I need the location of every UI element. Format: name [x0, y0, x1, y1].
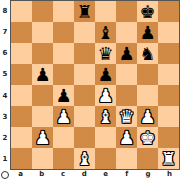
square-e3[interactable]: ♝ — [95, 106, 116, 127]
square-b5[interactable]: ♟ — [32, 64, 53, 85]
black-rook[interactable]: ♜ — [74, 1, 95, 22]
square-b8[interactable] — [32, 1, 53, 22]
white-rook[interactable]: ♜ — [158, 148, 179, 169]
square-c4[interactable]: ♟ — [53, 85, 74, 106]
file-labels: abcdefgh — [10, 170, 180, 180]
white-pawn[interactable]: ♟ — [95, 85, 116, 106]
square-h7[interactable] — [158, 22, 179, 43]
white-pawn[interactable]: ♟ — [116, 127, 137, 148]
square-a7[interactable] — [11, 22, 32, 43]
white-king[interactable]: ♚ — [137, 127, 158, 148]
square-g2[interactable]: ♚ — [137, 127, 158, 148]
square-f8[interactable] — [116, 1, 137, 22]
square-c5[interactable] — [53, 64, 74, 85]
black-king[interactable]: ♚ — [137, 1, 158, 22]
square-f5[interactable] — [116, 64, 137, 85]
square-d5[interactable] — [74, 64, 95, 85]
square-e2[interactable] — [95, 127, 116, 148]
file-label-g: g — [138, 170, 159, 180]
square-b4[interactable] — [32, 85, 53, 106]
black-queen[interactable]: ♛ — [95, 43, 116, 64]
white-pawn[interactable]: ♟ — [137, 106, 158, 127]
rank-label-8: 8 — [0, 0, 10, 21]
square-d3[interactable] — [74, 106, 95, 127]
square-h6[interactable] — [158, 43, 179, 64]
square-h8[interactable] — [158, 1, 179, 22]
square-f2[interactable]: ♟ — [116, 127, 137, 148]
square-d4[interactable] — [74, 85, 95, 106]
square-b1[interactable] — [32, 148, 53, 169]
white-to-move-indicator — [1, 171, 9, 179]
square-g1[interactable] — [137, 148, 158, 169]
square-g7[interactable]: ♟ — [137, 22, 158, 43]
square-d6[interactable] — [74, 43, 95, 64]
rank-label-3: 3 — [0, 106, 10, 127]
square-f7[interactable] — [116, 22, 137, 43]
rank-label-2: 2 — [0, 128, 10, 149]
square-e1[interactable] — [95, 148, 116, 169]
square-g6[interactable]: ♞ — [137, 43, 158, 64]
square-e6[interactable]: ♛ — [95, 43, 116, 64]
file-label-f: f — [116, 170, 137, 180]
square-d2[interactable] — [74, 127, 95, 148]
square-e7[interactable]: ♝ — [95, 22, 116, 43]
rank-label-4: 4 — [0, 85, 10, 106]
white-bishop[interactable]: ♝ — [74, 148, 95, 169]
rank-label-7: 7 — [0, 21, 10, 42]
square-h4[interactable] — [158, 85, 179, 106]
square-e4[interactable]: ♟ — [95, 85, 116, 106]
square-g4[interactable] — [137, 85, 158, 106]
square-a6[interactable] — [11, 43, 32, 64]
square-c8[interactable] — [53, 1, 74, 22]
square-h5[interactable] — [158, 64, 179, 85]
square-a4[interactable] — [11, 85, 32, 106]
black-pawn[interactable]: ♟ — [32, 64, 53, 85]
square-c7[interactable] — [53, 22, 74, 43]
square-d7[interactable] — [74, 22, 95, 43]
black-pawn[interactable]: ♟ — [95, 64, 116, 85]
square-a5[interactable] — [11, 64, 32, 85]
square-c3[interactable]: ♟ — [53, 106, 74, 127]
chess-board[interactable]: ♜♚♝♟♛♟♞♟♟♟♟♟♝♛♟♟♟♚♝♜ — [10, 0, 180, 170]
black-pawn[interactable]: ♟ — [137, 22, 158, 43]
square-c6[interactable] — [53, 43, 74, 64]
white-pawn[interactable]: ♟ — [53, 106, 74, 127]
file-label-a: a — [10, 170, 31, 180]
file-label-h: h — [159, 170, 180, 180]
rank-labels: 87654321 — [0, 0, 10, 170]
chess-diagram: 87654321 ♜♚♝♟♛♟♞♟♟♟♟♟♝♛♟♟♟♚♝♜ abcdefgh — [0, 0, 180, 180]
square-b7[interactable] — [32, 22, 53, 43]
square-a1[interactable] — [11, 148, 32, 169]
square-d8[interactable]: ♜ — [74, 1, 95, 22]
square-d1[interactable]: ♝ — [74, 148, 95, 169]
black-pawn[interactable]: ♟ — [116, 43, 137, 64]
rank-label-5: 5 — [0, 64, 10, 85]
square-f3[interactable]: ♛ — [116, 106, 137, 127]
square-a2[interactable] — [11, 127, 32, 148]
square-f6[interactable]: ♟ — [116, 43, 137, 64]
square-f4[interactable] — [116, 85, 137, 106]
square-h1[interactable]: ♜ — [158, 148, 179, 169]
file-label-c: c — [53, 170, 74, 180]
square-a3[interactable] — [11, 106, 32, 127]
rank-label-1: 1 — [0, 149, 10, 170]
white-queen[interactable]: ♛ — [116, 106, 137, 127]
square-b2[interactable]: ♟ — [32, 127, 53, 148]
white-pawn[interactable]: ♟ — [32, 127, 53, 148]
square-b3[interactable] — [32, 106, 53, 127]
file-label-b: b — [31, 170, 52, 180]
square-a8[interactable] — [11, 1, 32, 22]
white-bishop[interactable]: ♝ — [95, 106, 116, 127]
square-c1[interactable] — [53, 148, 74, 169]
square-g3[interactable]: ♟ — [137, 106, 158, 127]
square-g8[interactable]: ♚ — [137, 1, 158, 22]
square-g5[interactable] — [137, 64, 158, 85]
file-label-d: d — [74, 170, 95, 180]
square-e8[interactable] — [95, 1, 116, 22]
black-bishop[interactable]: ♝ — [95, 22, 116, 43]
square-f1[interactable] — [116, 148, 137, 169]
black-pawn[interactable]: ♟ — [53, 85, 74, 106]
square-h3[interactable] — [158, 106, 179, 127]
square-h2[interactable] — [158, 127, 179, 148]
rank-label-6: 6 — [0, 43, 10, 64]
file-label-e: e — [95, 170, 116, 180]
black-knight[interactable]: ♞ — [137, 43, 158, 64]
square-b6[interactable] — [32, 43, 53, 64]
square-e5[interactable]: ♟ — [95, 64, 116, 85]
square-c2[interactable] — [53, 127, 74, 148]
